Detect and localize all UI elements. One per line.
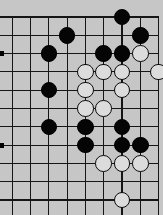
white-stone[interactable] bbox=[114, 155, 131, 172]
black-stone[interactable] bbox=[77, 119, 94, 136]
white-stone[interactable] bbox=[150, 64, 163, 81]
grid-line-vertical bbox=[12, 16, 13, 215]
white-stone[interactable] bbox=[114, 192, 131, 209]
white-stone[interactable] bbox=[77, 82, 94, 99]
black-stone[interactable] bbox=[41, 82, 58, 99]
black-stone[interactable] bbox=[114, 45, 131, 62]
grid-line-vertical bbox=[30, 16, 31, 215]
black-stone[interactable] bbox=[41, 119, 58, 136]
black-stone[interactable] bbox=[95, 45, 112, 62]
white-stone[interactable] bbox=[114, 64, 131, 81]
star-point-edge-mark bbox=[0, 51, 4, 56]
black-stone[interactable] bbox=[41, 45, 58, 62]
grid-line-vertical bbox=[158, 16, 159, 215]
white-stone[interactable] bbox=[77, 64, 94, 81]
black-stone[interactable] bbox=[114, 9, 131, 26]
black-stone[interactable] bbox=[77, 137, 94, 154]
white-stone[interactable] bbox=[77, 100, 94, 117]
grid-line-horizontal bbox=[0, 181, 159, 182]
go-board[interactable] bbox=[0, 0, 163, 215]
go-diagram-screenshot bbox=[0, 0, 163, 215]
black-stone[interactable] bbox=[132, 27, 149, 44]
grid-line-horizontal bbox=[0, 199, 159, 200]
star-point-edge-mark bbox=[0, 143, 4, 148]
black-stone[interactable] bbox=[114, 137, 131, 154]
white-stone[interactable] bbox=[132, 45, 149, 62]
white-stone[interactable] bbox=[132, 155, 149, 172]
white-stone[interactable] bbox=[95, 64, 112, 81]
grid-line-vertical bbox=[67, 16, 68, 215]
black-stone[interactable] bbox=[132, 137, 149, 154]
white-stone[interactable] bbox=[114, 82, 131, 99]
white-stone[interactable] bbox=[95, 100, 112, 117]
black-stone[interactable] bbox=[59, 27, 76, 44]
black-stone[interactable] bbox=[114, 119, 131, 136]
grid-line-horizontal bbox=[0, 16, 159, 17]
white-stone[interactable] bbox=[95, 155, 112, 172]
